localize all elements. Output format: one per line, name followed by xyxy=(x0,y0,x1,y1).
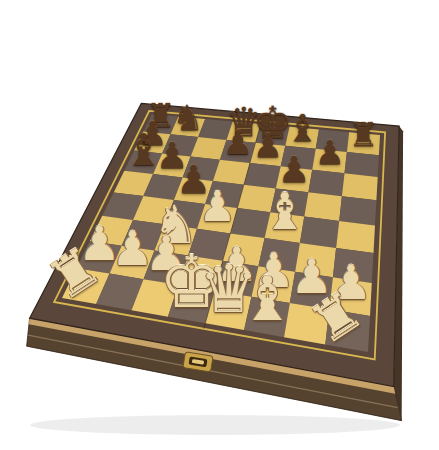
square-h5[interactable] xyxy=(339,196,376,225)
chess-box-photo: ♜♞♛♚♝♜♟♟♟♟♝♟♟♟♟♝♞♟♟♟♟♟♟♟♜♚♛♝♜ xyxy=(0,0,439,450)
piece-light-bishop-f4[interactable]: ♝ xyxy=(262,188,308,239)
square-h7[interactable] xyxy=(345,152,379,177)
square-h6[interactable] xyxy=(342,173,378,200)
square-g6[interactable] xyxy=(308,170,344,196)
piece-light-bishop-f1[interactable]: ♝ xyxy=(240,268,295,329)
piece-dark-pawn-d7[interactable]: ♟ xyxy=(223,127,253,160)
square-g5[interactable] xyxy=(304,192,342,221)
piece-dark-rook-h8[interactable]: ♜ xyxy=(349,119,378,152)
square-h4[interactable] xyxy=(336,221,375,253)
piece-dark-knight-b8[interactable]: ♞ xyxy=(172,100,203,135)
piece-dark-pawn-g7[interactable]: ♟ xyxy=(315,136,345,169)
ground-shadow xyxy=(30,415,400,435)
piece-light-pawn-d4[interactable]: ♟ xyxy=(199,187,236,229)
